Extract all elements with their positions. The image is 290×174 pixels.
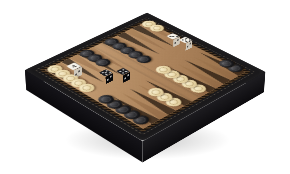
black-die-1[interactable] <box>99 77 113 85</box>
product-photo-scene: 4 <box>0 0 290 174</box>
